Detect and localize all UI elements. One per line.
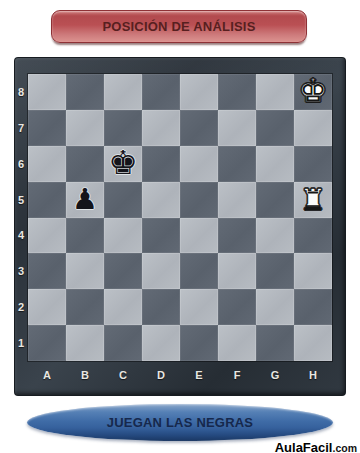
file-label-f: F	[218, 363, 256, 387]
square-h8: ♚	[294, 74, 332, 110]
square-g6	[256, 146, 294, 182]
rank-label-3: 3	[14, 253, 28, 289]
rank-label-5: 5	[14, 182, 28, 218]
square-f3	[218, 253, 256, 289]
rank-label-2: 2	[14, 289, 28, 325]
square-c2	[104, 289, 142, 325]
analysis-title: POSICIÓN DE ANÁLISIS	[102, 19, 255, 34]
turn-caption: JUEGAN LAS NEGRAS	[107, 415, 253, 430]
square-b5: ♟	[66, 182, 104, 218]
rank-label-8: 8	[14, 74, 28, 110]
square-c3	[104, 253, 142, 289]
square-e8	[180, 74, 218, 110]
square-a4	[28, 218, 66, 254]
square-h7	[294, 110, 332, 146]
square-e6	[180, 146, 218, 182]
square-e3	[180, 253, 218, 289]
file-label-g: G	[256, 363, 294, 387]
square-d5	[142, 182, 180, 218]
square-e1	[180, 325, 218, 361]
square-c8	[104, 74, 142, 110]
file-label-a: A	[28, 363, 66, 387]
board-grid: ♚♚♟♜	[28, 74, 332, 361]
square-b4	[66, 218, 104, 254]
square-f2	[218, 289, 256, 325]
square-c4	[104, 218, 142, 254]
file-label-h: H	[294, 363, 332, 387]
rank-label-7: 7	[14, 110, 28, 146]
square-c1	[104, 325, 142, 361]
square-f5	[218, 182, 256, 218]
square-f1	[218, 325, 256, 361]
square-d6	[142, 146, 180, 182]
square-f6	[218, 146, 256, 182]
square-b7	[66, 110, 104, 146]
black-king: ♚	[108, 146, 138, 179]
white-king: ♚	[298, 74, 328, 107]
brand-suffix: .com	[332, 442, 357, 453]
white-rook: ♜	[300, 185, 327, 215]
square-a1	[28, 325, 66, 361]
square-a7	[28, 110, 66, 146]
square-h4	[294, 218, 332, 254]
square-g5	[256, 182, 294, 218]
square-a6	[28, 146, 66, 182]
square-e7	[180, 110, 218, 146]
square-g1	[256, 325, 294, 361]
square-a2	[28, 289, 66, 325]
brand-name: AulaFacil	[275, 440, 333, 453]
rank-label-4: 4	[14, 218, 28, 254]
chess-board: 87654321 ♚♚♟♜ ABCDEFGH	[14, 57, 346, 396]
rank-label-6: 6	[14, 146, 28, 182]
square-f4	[218, 218, 256, 254]
file-label-d: D	[142, 363, 180, 387]
square-c6: ♚	[104, 146, 142, 182]
rank-labels: 87654321	[14, 74, 28, 361]
square-h1	[294, 325, 332, 361]
black-pawn: ♟	[72, 185, 98, 214]
square-b1	[66, 325, 104, 361]
square-a5	[28, 182, 66, 218]
square-f8	[218, 74, 256, 110]
square-h6	[294, 146, 332, 182]
square-d8	[142, 74, 180, 110]
square-b6	[66, 146, 104, 182]
square-c7	[104, 110, 142, 146]
square-a3	[28, 253, 66, 289]
square-d7	[142, 110, 180, 146]
square-f7	[218, 110, 256, 146]
square-h3	[294, 253, 332, 289]
square-b3	[66, 253, 104, 289]
square-a8	[28, 74, 66, 110]
square-g8	[256, 74, 294, 110]
square-c5	[104, 182, 142, 218]
square-g3	[256, 253, 294, 289]
square-d4	[142, 218, 180, 254]
square-e4	[180, 218, 218, 254]
brand-link[interactable]: AulaFacil.com	[275, 438, 357, 453]
square-d1	[142, 325, 180, 361]
square-g4	[256, 218, 294, 254]
file-label-e: E	[180, 363, 218, 387]
square-g2	[256, 289, 294, 325]
turn-banner: JUEGAN LAS NEGRAS	[27, 404, 333, 441]
square-b2	[66, 289, 104, 325]
square-h2	[294, 289, 332, 325]
file-label-c: C	[104, 363, 142, 387]
square-d2	[142, 289, 180, 325]
square-b8	[66, 74, 104, 110]
analysis-title-banner: POSICIÓN DE ANÁLISIS	[51, 10, 307, 43]
square-g7	[256, 110, 294, 146]
file-labels: ABCDEFGH	[28, 363, 332, 387]
square-e2	[180, 289, 218, 325]
rank-label-1: 1	[14, 325, 28, 361]
square-d3	[142, 253, 180, 289]
square-e5	[180, 182, 218, 218]
square-h5: ♜	[294, 182, 332, 218]
file-label-b: B	[66, 363, 104, 387]
